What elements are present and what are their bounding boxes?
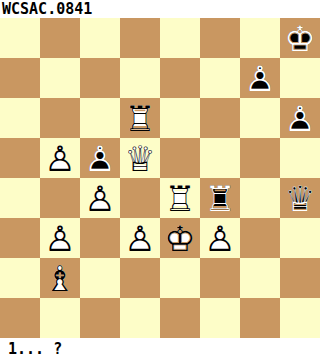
square-c7[interactable] <box>80 58 120 98</box>
square-b8[interactable] <box>40 18 80 58</box>
square-e3[interactable]: ♚♔ <box>160 218 200 258</box>
black-queen[interactable]: ♛♕ <box>280 178 320 218</box>
square-f6[interactable] <box>200 98 240 138</box>
square-f5[interactable] <box>200 138 240 178</box>
white-king[interactable]: ♚♔ <box>160 218 200 258</box>
square-h8[interactable]: ♚♔ <box>280 18 320 58</box>
square-g1[interactable] <box>240 298 280 338</box>
square-a8[interactable] <box>0 18 40 58</box>
square-e5[interactable] <box>160 138 200 178</box>
white-queen[interactable]: ♛♕ <box>120 138 160 178</box>
square-g6[interactable] <box>240 98 280 138</box>
move-prompt: 1... ? <box>0 338 320 360</box>
square-b5[interactable]: ♟♙ <box>40 138 80 178</box>
square-a5[interactable] <box>0 138 40 178</box>
square-a6[interactable] <box>0 98 40 138</box>
white-pawn[interactable]: ♟♙ <box>200 218 240 258</box>
square-a7[interactable] <box>0 58 40 98</box>
square-a2[interactable] <box>0 258 40 298</box>
square-h5[interactable] <box>280 138 320 178</box>
white-pawn[interactable]: ♟♙ <box>80 178 120 218</box>
square-e2[interactable] <box>160 258 200 298</box>
square-c1[interactable] <box>80 298 120 338</box>
square-d3[interactable]: ♟♙ <box>120 218 160 258</box>
white-rook[interactable]: ♜♖ <box>160 178 200 218</box>
white-pawn[interactable]: ♟♙ <box>120 218 160 258</box>
square-b7[interactable] <box>40 58 80 98</box>
square-d6[interactable]: ♜♖ <box>120 98 160 138</box>
square-f7[interactable] <box>200 58 240 98</box>
square-c4[interactable]: ♟♙ <box>80 178 120 218</box>
square-f2[interactable] <box>200 258 240 298</box>
square-c2[interactable] <box>80 258 120 298</box>
square-d2[interactable] <box>120 258 160 298</box>
chess-board: ♚♔♟♙♜♖♟♙♟♙♟♙♛♕♟♙♜♖♜♖♛♕♟♙♟♙♚♔♟♙♝♗ <box>0 18 320 338</box>
black-rook[interactable]: ♜♖ <box>200 178 240 218</box>
square-b1[interactable] <box>40 298 80 338</box>
square-g4[interactable] <box>240 178 280 218</box>
square-d1[interactable] <box>120 298 160 338</box>
square-h2[interactable] <box>280 258 320 298</box>
square-e1[interactable] <box>160 298 200 338</box>
square-g7[interactable]: ♟♙ <box>240 58 280 98</box>
square-a1[interactable] <box>0 298 40 338</box>
square-h7[interactable] <box>280 58 320 98</box>
square-b2[interactable]: ♝♗ <box>40 258 80 298</box>
square-e4[interactable]: ♜♖ <box>160 178 200 218</box>
square-f3[interactable]: ♟♙ <box>200 218 240 258</box>
puzzle-title: WCSAC.0841 <box>0 0 320 18</box>
square-f4[interactable]: ♜♖ <box>200 178 240 218</box>
square-d8[interactable] <box>120 18 160 58</box>
black-pawn[interactable]: ♟♙ <box>240 58 280 98</box>
black-pawn[interactable]: ♟♙ <box>80 138 120 178</box>
square-h6[interactable]: ♟♙ <box>280 98 320 138</box>
square-c3[interactable] <box>80 218 120 258</box>
square-g5[interactable] <box>240 138 280 178</box>
white-pawn[interactable]: ♟♙ <box>40 218 80 258</box>
square-g2[interactable] <box>240 258 280 298</box>
square-e8[interactable] <box>160 18 200 58</box>
square-d5[interactable]: ♛♕ <box>120 138 160 178</box>
square-h3[interactable] <box>280 218 320 258</box>
square-g3[interactable] <box>240 218 280 258</box>
square-b4[interactable] <box>40 178 80 218</box>
square-a3[interactable] <box>0 218 40 258</box>
square-h1[interactable] <box>280 298 320 338</box>
black-king[interactable]: ♚♔ <box>280 18 320 58</box>
white-rook[interactable]: ♜♖ <box>120 98 160 138</box>
square-b6[interactable] <box>40 98 80 138</box>
square-h4[interactable]: ♛♕ <box>280 178 320 218</box>
square-c5[interactable]: ♟♙ <box>80 138 120 178</box>
white-pawn[interactable]: ♟♙ <box>40 138 80 178</box>
square-e7[interactable] <box>160 58 200 98</box>
white-bishop[interactable]: ♝♗ <box>40 258 80 298</box>
square-f1[interactable] <box>200 298 240 338</box>
square-a4[interactable] <box>0 178 40 218</box>
square-e6[interactable] <box>160 98 200 138</box>
square-c6[interactable] <box>80 98 120 138</box>
square-b3[interactable]: ♟♙ <box>40 218 80 258</box>
square-d7[interactable] <box>120 58 160 98</box>
square-g8[interactable] <box>240 18 280 58</box>
black-pawn[interactable]: ♟♙ <box>280 98 320 138</box>
square-d4[interactable] <box>120 178 160 218</box>
square-f8[interactable] <box>200 18 240 58</box>
square-c8[interactable] <box>80 18 120 58</box>
